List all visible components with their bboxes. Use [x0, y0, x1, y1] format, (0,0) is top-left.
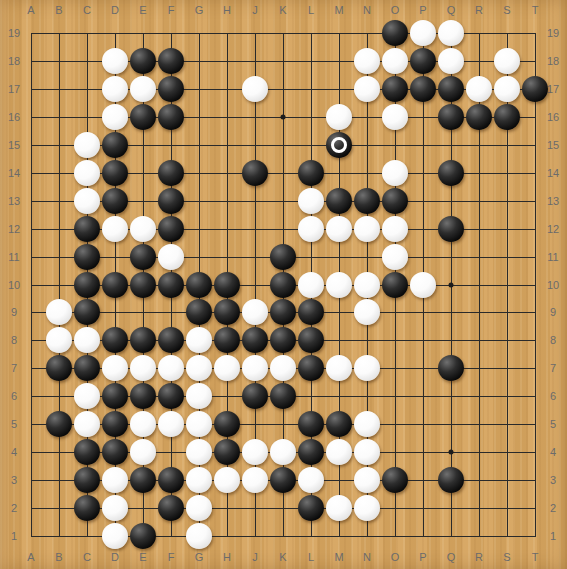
white-stone-R17[interactable]	[466, 76, 492, 102]
row-label-left: 5	[11, 418, 17, 430]
row-label-right: 4	[550, 446, 556, 458]
col-label-top: E	[139, 4, 146, 16]
row-label-right: 11	[547, 251, 558, 263]
black-stone-C4[interactable]	[74, 439, 100, 465]
col-label-top: K	[279, 4, 286, 16]
col-label-top: F	[168, 4, 175, 16]
white-stone-E12[interactable]	[130, 216, 156, 242]
row-label-left: 9	[11, 306, 17, 318]
row-label-left: 6	[11, 390, 17, 402]
white-stone-E5[interactable]	[130, 411, 156, 437]
col-label-bottom: C	[83, 551, 91, 563]
black-stone-M5[interactable]	[326, 411, 352, 437]
row-label-left: 8	[11, 334, 17, 346]
white-stone-G5[interactable]	[186, 411, 212, 437]
black-stone-D13[interactable]	[102, 188, 128, 214]
row-label-left: 2	[11, 502, 17, 514]
black-stone-F17[interactable]	[158, 76, 184, 102]
black-stone-L9[interactable]	[298, 299, 324, 325]
row-label-left: 14	[8, 167, 20, 179]
row-label-left: 16	[8, 111, 20, 123]
black-stone-L14[interactable]	[298, 160, 324, 186]
col-label-top: S	[503, 4, 510, 16]
star-point	[449, 283, 454, 288]
go-board[interactable]: AABBCCDDEEFFGGHHJJKKLLMMNNOOPPQQRRSSTT19…	[0, 0, 567, 569]
black-stone-K10[interactable]	[270, 272, 296, 298]
black-stone-E3[interactable]	[130, 467, 156, 493]
col-label-top: D	[111, 4, 119, 16]
col-label-top: M	[334, 4, 343, 16]
white-stone-N7[interactable]	[354, 355, 380, 381]
white-stone-H7[interactable]	[214, 355, 240, 381]
black-stone-F8[interactable]	[158, 327, 184, 353]
col-label-bottom: N	[363, 551, 371, 563]
col-label-top: N	[363, 4, 371, 16]
white-stone-E17[interactable]	[130, 76, 156, 102]
white-stone-J7[interactable]	[242, 355, 268, 381]
white-stone-J9[interactable]	[242, 299, 268, 325]
white-stone-L13[interactable]	[298, 188, 324, 214]
black-stone-C7[interactable]	[74, 355, 100, 381]
col-label-bottom: T	[532, 551, 539, 563]
white-stone-O18[interactable]	[382, 48, 408, 74]
white-stone-M7[interactable]	[326, 355, 352, 381]
black-stone-J8[interactable]	[242, 327, 268, 353]
black-stone-S16[interactable]	[494, 104, 520, 130]
white-stone-J4[interactable]	[242, 439, 268, 465]
white-stone-D2[interactable]	[102, 495, 128, 521]
white-stone-B8[interactable]	[46, 327, 72, 353]
white-stone-P19[interactable]	[410, 20, 436, 46]
black-stone-F13[interactable]	[158, 188, 184, 214]
black-stone-Q12[interactable]	[438, 216, 464, 242]
white-stone-C13[interactable]	[74, 188, 100, 214]
white-stone-C14[interactable]	[74, 160, 100, 186]
white-stone-L10[interactable]	[298, 272, 324, 298]
black-stone-K9[interactable]	[270, 299, 296, 325]
col-label-top: P	[419, 4, 426, 16]
black-stone-F3[interactable]	[158, 467, 184, 493]
black-stone-L5[interactable]	[298, 411, 324, 437]
black-stone-E10[interactable]	[130, 272, 156, 298]
black-stone-Q17[interactable]	[438, 76, 464, 102]
black-stone-O3[interactable]	[382, 467, 408, 493]
black-stone-K6[interactable]	[270, 383, 296, 409]
star-point	[449, 450, 454, 455]
white-stone-N10[interactable]	[354, 272, 380, 298]
white-stone-G7[interactable]	[186, 355, 212, 381]
black-stone-L2[interactable]	[298, 495, 324, 521]
black-stone-C3[interactable]	[74, 467, 100, 493]
black-stone-F14[interactable]	[158, 160, 184, 186]
row-label-left: 4	[11, 446, 17, 458]
black-stone-F10[interactable]	[158, 272, 184, 298]
black-stone-T17[interactable]	[522, 76, 548, 102]
row-label-left: 11	[8, 251, 19, 263]
white-stone-N12[interactable]	[354, 216, 380, 242]
white-stone-N17[interactable]	[354, 76, 380, 102]
row-label-right: 3	[550, 474, 556, 486]
black-stone-E18[interactable]	[130, 48, 156, 74]
white-stone-S18[interactable]	[494, 48, 520, 74]
col-label-bottom: R	[475, 551, 483, 563]
white-stone-G4[interactable]	[186, 439, 212, 465]
white-stone-F7[interactable]	[158, 355, 184, 381]
white-stone-J3[interactable]	[242, 467, 268, 493]
col-label-bottom: O	[391, 551, 400, 563]
white-stone-D17[interactable]	[102, 76, 128, 102]
white-stone-H3[interactable]	[214, 467, 240, 493]
black-stone-G9[interactable]	[186, 299, 212, 325]
white-stone-N18[interactable]	[354, 48, 380, 74]
white-stone-J17[interactable]	[242, 76, 268, 102]
black-stone-P18[interactable]	[410, 48, 436, 74]
white-stone-M16[interactable]	[326, 104, 352, 130]
white-stone-Q18[interactable]	[438, 48, 464, 74]
white-stone-E4[interactable]	[130, 439, 156, 465]
white-stone-C6[interactable]	[74, 383, 100, 409]
black-stone-Q14[interactable]	[438, 160, 464, 186]
black-stone-C12[interactable]	[74, 216, 100, 242]
black-stone-K3[interactable]	[270, 467, 296, 493]
white-stone-G6[interactable]	[186, 383, 212, 409]
black-stone-G10[interactable]	[186, 272, 212, 298]
col-label-bottom: F	[168, 551, 175, 563]
white-stone-C8[interactable]	[74, 327, 100, 353]
row-label-left: 15	[8, 139, 20, 151]
white-stone-C15[interactable]	[74, 132, 100, 158]
black-stone-F18[interactable]	[158, 48, 184, 74]
col-label-bottom: G	[195, 551, 204, 563]
black-stone-F12[interactable]	[158, 216, 184, 242]
col-label-bottom: B	[55, 551, 62, 563]
black-stone-R16[interactable]	[466, 104, 492, 130]
row-label-left: 17	[8, 83, 20, 95]
white-stone-D16[interactable]	[102, 104, 128, 130]
black-stone-D10[interactable]	[102, 272, 128, 298]
black-stone-C11[interactable]	[74, 244, 100, 270]
col-label-top: A	[27, 4, 34, 16]
black-stone-Q7[interactable]	[438, 355, 464, 381]
black-stone-B5[interactable]	[46, 411, 72, 437]
col-label-bottom: P	[419, 551, 426, 563]
black-stone-C2[interactable]	[74, 495, 100, 521]
white-stone-D18[interactable]	[102, 48, 128, 74]
row-label-right: 12	[547, 223, 559, 235]
col-label-top: R	[475, 4, 483, 16]
white-stone-C5[interactable]	[74, 411, 100, 437]
white-stone-N3[interactable]	[354, 467, 380, 493]
row-label-right: 9	[550, 306, 556, 318]
col-label-top: B	[55, 4, 62, 16]
row-label-left: 1	[11, 530, 17, 542]
black-stone-H8[interactable]	[214, 327, 240, 353]
row-label-left: 19	[8, 27, 20, 39]
white-stone-N9[interactable]	[354, 299, 380, 325]
row-label-left: 3	[11, 474, 17, 486]
col-label-bottom: A	[27, 551, 34, 563]
black-stone-D8[interactable]	[102, 327, 128, 353]
col-label-top: J	[252, 4, 258, 16]
black-stone-L4[interactable]	[298, 439, 324, 465]
grid-line-vertical	[535, 33, 536, 537]
black-stone-O17[interactable]	[382, 76, 408, 102]
row-label-left: 7	[11, 362, 17, 374]
row-label-right: 2	[550, 502, 556, 514]
black-stone-L7[interactable]	[298, 355, 324, 381]
row-label-right: 5	[550, 418, 556, 430]
white-stone-O12[interactable]	[382, 216, 408, 242]
black-stone-D15[interactable]	[102, 132, 128, 158]
row-label-left: 10	[8, 279, 20, 291]
black-stone-N13[interactable]	[354, 188, 380, 214]
black-stone-E6[interactable]	[130, 383, 156, 409]
col-label-bottom: D	[111, 551, 119, 563]
black-stone-Q3[interactable]	[438, 467, 464, 493]
black-stone-Q16[interactable]	[438, 104, 464, 130]
white-stone-L12[interactable]	[298, 216, 324, 242]
row-label-left: 18	[8, 55, 20, 67]
white-stone-Q19[interactable]	[438, 20, 464, 46]
col-label-bottom: S	[503, 551, 510, 563]
row-label-right: 17	[547, 83, 559, 95]
black-stone-D5[interactable]	[102, 411, 128, 437]
col-label-top: H	[223, 4, 231, 16]
last-move-black-stone-M15[interactable]	[326, 132, 352, 158]
row-label-right: 18	[547, 55, 559, 67]
white-stone-K7[interactable]	[270, 355, 296, 381]
white-stone-N5[interactable]	[354, 411, 380, 437]
row-label-right: 1	[550, 530, 556, 542]
black-stone-E16[interactable]	[130, 104, 156, 130]
white-stone-P10[interactable]	[410, 272, 436, 298]
black-stone-K11[interactable]	[270, 244, 296, 270]
row-label-right: 15	[547, 139, 559, 151]
black-stone-J14[interactable]	[242, 160, 268, 186]
white-stone-D3[interactable]	[102, 467, 128, 493]
black-stone-J6[interactable]	[242, 383, 268, 409]
black-stone-L8[interactable]	[298, 327, 324, 353]
black-stone-E11[interactable]	[130, 244, 156, 270]
white-stone-G2[interactable]	[186, 495, 212, 521]
col-label-top: T	[532, 4, 539, 16]
white-stone-N4[interactable]	[354, 439, 380, 465]
black-stone-P17[interactable]	[410, 76, 436, 102]
go-app-window: AABBCCDDEEFFGGHHJJKKLLMMNNOOPPQQRRSSTT19…	[0, 0, 567, 569]
row-label-right: 14	[547, 167, 559, 179]
row-label-right: 19	[547, 27, 559, 39]
col-label-bottom: K	[279, 551, 286, 563]
black-stone-E1[interactable]	[130, 523, 156, 549]
black-stone-K8[interactable]	[270, 327, 296, 353]
black-stone-F6[interactable]	[158, 383, 184, 409]
row-label-right: 13	[547, 195, 559, 207]
black-stone-B7[interactable]	[46, 355, 72, 381]
white-stone-M4[interactable]	[326, 439, 352, 465]
col-label-bottom: L	[308, 551, 314, 563]
row-label-left: 13	[8, 195, 20, 207]
col-label-bottom: M	[334, 551, 343, 563]
white-stone-D7[interactable]	[102, 355, 128, 381]
black-stone-H10[interactable]	[214, 272, 240, 298]
black-stone-D4[interactable]	[102, 439, 128, 465]
row-label-left: 12	[8, 223, 20, 235]
white-stone-O11[interactable]	[382, 244, 408, 270]
black-stone-C10[interactable]	[74, 272, 100, 298]
white-stone-G8[interactable]	[186, 327, 212, 353]
col-label-top: L	[308, 4, 314, 16]
black-stone-H4[interactable]	[214, 439, 240, 465]
col-label-top: G	[195, 4, 204, 16]
white-stone-E7[interactable]	[130, 355, 156, 381]
white-stone-O16[interactable]	[382, 104, 408, 130]
white-stone-D1[interactable]	[102, 523, 128, 549]
row-label-right: 8	[550, 334, 556, 346]
white-stone-G1[interactable]	[186, 523, 212, 549]
black-stone-F2[interactable]	[158, 495, 184, 521]
col-label-top: O	[391, 4, 400, 16]
white-stone-D12[interactable]	[102, 216, 128, 242]
col-label-top: C	[83, 4, 91, 16]
black-stone-H9[interactable]	[214, 299, 240, 325]
col-label-bottom: Q	[447, 551, 456, 563]
black-stone-D6[interactable]	[102, 383, 128, 409]
black-stone-O13[interactable]	[382, 188, 408, 214]
black-stone-F16[interactable]	[158, 104, 184, 130]
black-stone-M13[interactable]	[326, 188, 352, 214]
white-stone-M2[interactable]	[326, 495, 352, 521]
white-stone-K4[interactable]	[270, 439, 296, 465]
black-stone-C9[interactable]	[74, 299, 100, 325]
white-stone-B9[interactable]	[46, 299, 72, 325]
black-stone-O10[interactable]	[382, 272, 408, 298]
white-stone-M12[interactable]	[326, 216, 352, 242]
row-label-right: 10	[547, 279, 559, 291]
black-stone-D14[interactable]	[102, 160, 128, 186]
row-label-right: 16	[547, 111, 559, 123]
white-stone-F11[interactable]	[158, 244, 184, 270]
col-label-bottom: H	[223, 551, 231, 563]
white-stone-O14[interactable]	[382, 160, 408, 186]
white-stone-F5[interactable]	[158, 411, 184, 437]
white-stone-G3[interactable]	[186, 467, 212, 493]
row-label-right: 7	[550, 362, 556, 374]
col-label-bottom: E	[139, 551, 146, 563]
white-stone-S17[interactable]	[494, 76, 520, 102]
black-stone-H5[interactable]	[214, 411, 240, 437]
white-stone-M10[interactable]	[326, 272, 352, 298]
black-stone-O19[interactable]	[382, 20, 408, 46]
black-stone-E8[interactable]	[130, 327, 156, 353]
white-stone-L3[interactable]	[298, 467, 324, 493]
star-point	[281, 115, 286, 120]
row-label-right: 6	[550, 390, 556, 402]
white-stone-N2[interactable]	[354, 495, 380, 521]
col-label-top: Q	[447, 4, 456, 16]
col-label-bottom: J	[252, 551, 258, 563]
